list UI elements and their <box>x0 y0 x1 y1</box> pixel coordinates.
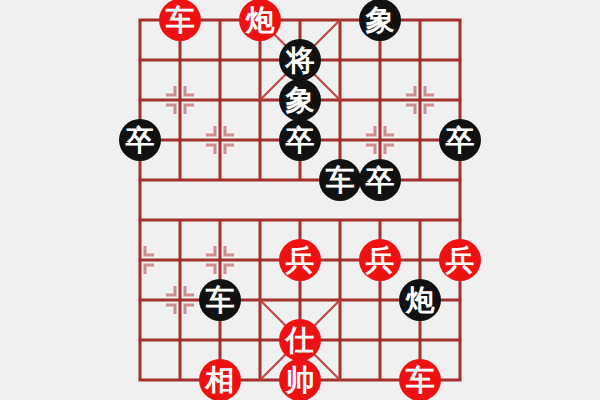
piece-black-soldier[interactable]: 卒 <box>359 159 401 201</box>
piece-red-general[interactable]: 帅 <box>279 359 321 400</box>
piece-red-advisor[interactable]: 仕 <box>279 319 321 361</box>
piece-black-soldier[interactable]: 卒 <box>119 119 161 161</box>
piece-red-cannon[interactable]: 炮 <box>239 0 281 41</box>
piece-red-chariot[interactable]: 车 <box>399 359 441 400</box>
piece-black-chariot[interactable]: 车 <box>199 279 241 321</box>
piece-black-elephant[interactable]: 象 <box>279 79 321 121</box>
piece-black-chariot[interactable]: 车 <box>319 159 361 201</box>
piece-red-soldier[interactable]: 兵 <box>279 239 321 281</box>
piece-black-cannon[interactable]: 炮 <box>399 279 441 321</box>
piece-red-soldier[interactable]: 兵 <box>359 239 401 281</box>
piece-red-soldier[interactable]: 兵 <box>439 239 481 281</box>
xiangqi-board[interactable]: 车炮象将象卒卒卒车卒兵兵兵车炮仕相帅车 <box>120 0 480 400</box>
piece-black-elephant[interactable]: 象 <box>359 0 401 41</box>
piece-red-elephant[interactable]: 相 <box>199 359 241 400</box>
piece-black-general[interactable]: 将 <box>279 39 321 81</box>
piece-black-soldier[interactable]: 卒 <box>439 119 481 161</box>
xiangqi-board-screen: 车炮象将象卒卒卒车卒兵兵兵车炮仕相帅车 <box>0 0 600 400</box>
piece-black-soldier[interactable]: 卒 <box>279 119 321 161</box>
piece-red-chariot[interactable]: 车 <box>159 0 201 41</box>
